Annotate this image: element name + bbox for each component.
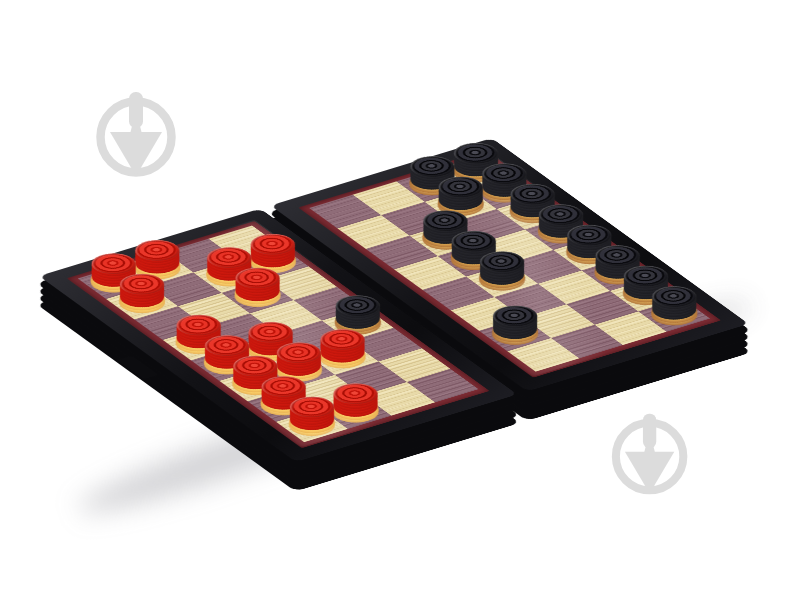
checkers-board: [39, 138, 749, 462]
trowel-watermark-icon: [88, 86, 188, 190]
product-photo: [0, 0, 799, 599]
trowel-watermark-icon: [604, 408, 699, 507]
